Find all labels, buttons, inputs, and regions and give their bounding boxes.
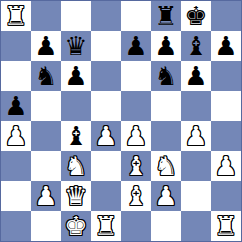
white-pawn[interactable]: ♟ xyxy=(124,121,147,151)
square-g4[interactable]: ♟ xyxy=(181,121,211,151)
square-c3[interactable]: ♞ xyxy=(61,151,91,181)
square-b2[interactable]: ♟ xyxy=(31,181,61,211)
square-b4[interactable] xyxy=(31,121,61,151)
white-rook[interactable]: ♜ xyxy=(4,1,27,31)
square-f1[interactable] xyxy=(151,211,181,241)
square-g8[interactable]: ♚ xyxy=(181,1,211,31)
square-d1[interactable]: ♜ xyxy=(91,211,121,241)
square-e7[interactable]: ♟ xyxy=(121,31,151,61)
square-e5[interactable] xyxy=(121,91,151,121)
square-e4[interactable]: ♟ xyxy=(121,121,151,151)
black-bishop[interactable]: ♝ xyxy=(184,31,207,61)
black-pawn[interactable]: ♟ xyxy=(64,61,87,91)
square-e1[interactable] xyxy=(121,211,151,241)
square-d8[interactable] xyxy=(91,1,121,31)
square-d2[interactable] xyxy=(91,181,121,211)
square-h7[interactable]: ♟ xyxy=(211,31,241,61)
square-b6[interactable]: ♞ xyxy=(31,61,61,91)
square-f5[interactable] xyxy=(151,91,181,121)
square-h6[interactable] xyxy=(211,61,241,91)
square-d3[interactable] xyxy=(91,151,121,181)
square-d4[interactable]: ♟ xyxy=(91,121,121,151)
square-c6[interactable]: ♟ xyxy=(61,61,91,91)
square-e6[interactable] xyxy=(121,61,151,91)
square-g5[interactable] xyxy=(181,91,211,121)
white-bishop[interactable]: ♝ xyxy=(124,151,147,181)
square-g7[interactable]: ♝ xyxy=(181,31,211,61)
white-pawn[interactable]: ♟ xyxy=(4,121,27,151)
white-knight[interactable]: ♞ xyxy=(154,151,177,181)
black-pawn[interactable]: ♟ xyxy=(34,31,57,61)
square-h1[interactable]: ♜ xyxy=(211,211,241,241)
white-pawn[interactable]: ♟ xyxy=(154,181,177,211)
square-h5[interactable] xyxy=(211,91,241,121)
square-h2[interactable] xyxy=(211,181,241,211)
square-b3[interactable] xyxy=(31,151,61,181)
square-h4[interactable] xyxy=(211,121,241,151)
square-f7[interactable]: ♟ xyxy=(151,31,181,61)
square-c1[interactable]: ♚ xyxy=(61,211,91,241)
black-knight[interactable]: ♞ xyxy=(34,61,57,91)
black-king[interactable]: ♚ xyxy=(184,1,207,31)
white-pawn[interactable]: ♟ xyxy=(34,181,57,211)
square-e2[interactable]: ♝ xyxy=(121,181,151,211)
square-g2[interactable] xyxy=(181,181,211,211)
square-e8[interactable] xyxy=(121,1,151,31)
square-f2[interactable]: ♟ xyxy=(151,181,181,211)
chess-board-frame: ♜♜♚♟♛♟♟♝♟♞♟♞♟♟♟♝♟♟♟♞♝♞♟♟♛♝♟♚♜♜ xyxy=(0,0,242,242)
white-queen[interactable]: ♛ xyxy=(64,181,87,211)
square-e3[interactable]: ♝ xyxy=(121,151,151,181)
square-a4[interactable]: ♟ xyxy=(1,121,31,151)
square-c5[interactable] xyxy=(61,91,91,121)
white-pawn[interactable]: ♟ xyxy=(214,151,237,181)
black-knight[interactable]: ♞ xyxy=(154,61,177,91)
square-h8[interactable] xyxy=(211,1,241,31)
square-c7[interactable]: ♛ xyxy=(61,31,91,61)
chess-board: ♜♜♚♟♛♟♟♝♟♞♟♞♟♟♟♝♟♟♟♞♝♞♟♟♛♝♟♚♜♜ xyxy=(1,1,241,241)
square-b8[interactable] xyxy=(31,1,61,31)
square-f3[interactable]: ♞ xyxy=(151,151,181,181)
black-pawn[interactable]: ♟ xyxy=(154,31,177,61)
square-g1[interactable] xyxy=(181,211,211,241)
square-f4[interactable] xyxy=(151,121,181,151)
square-c8[interactable] xyxy=(61,1,91,31)
black-pawn[interactable]: ♟ xyxy=(214,31,237,61)
white-king[interactable]: ♚ xyxy=(64,211,87,241)
square-c2[interactable]: ♛ xyxy=(61,181,91,211)
square-a3[interactable] xyxy=(1,151,31,181)
square-b7[interactable]: ♟ xyxy=(31,31,61,61)
square-h3[interactable]: ♟ xyxy=(211,151,241,181)
square-f8[interactable]: ♜ xyxy=(151,1,181,31)
square-d6[interactable] xyxy=(91,61,121,91)
square-a6[interactable] xyxy=(1,61,31,91)
square-f6[interactable]: ♞ xyxy=(151,61,181,91)
white-pawn[interactable]: ♟ xyxy=(94,121,117,151)
white-rook[interactable]: ♜ xyxy=(214,211,237,241)
square-d5[interactable] xyxy=(91,91,121,121)
square-g6[interactable]: ♟ xyxy=(181,61,211,91)
black-pawn[interactable]: ♟ xyxy=(4,91,27,121)
square-a1[interactable] xyxy=(1,211,31,241)
square-b5[interactable] xyxy=(31,91,61,121)
black-rook[interactable]: ♜ xyxy=(154,1,177,31)
black-pawn[interactable]: ♟ xyxy=(184,61,207,91)
square-c4[interactable]: ♝ xyxy=(61,121,91,151)
white-knight[interactable]: ♞ xyxy=(64,151,87,181)
square-a8[interactable]: ♜ xyxy=(1,1,31,31)
black-bishop[interactable]: ♝ xyxy=(64,121,87,151)
black-pawn[interactable]: ♟ xyxy=(124,31,147,61)
white-rook[interactable]: ♜ xyxy=(94,211,117,241)
square-g3[interactable] xyxy=(181,151,211,181)
square-d7[interactable] xyxy=(91,31,121,61)
black-queen[interactable]: ♛ xyxy=(64,31,87,61)
square-b1[interactable] xyxy=(31,211,61,241)
square-a7[interactable] xyxy=(1,31,31,61)
square-a2[interactable] xyxy=(1,181,31,211)
white-pawn[interactable]: ♟ xyxy=(184,121,207,151)
square-a5[interactable]: ♟ xyxy=(1,91,31,121)
white-bishop[interactable]: ♝ xyxy=(124,181,147,211)
